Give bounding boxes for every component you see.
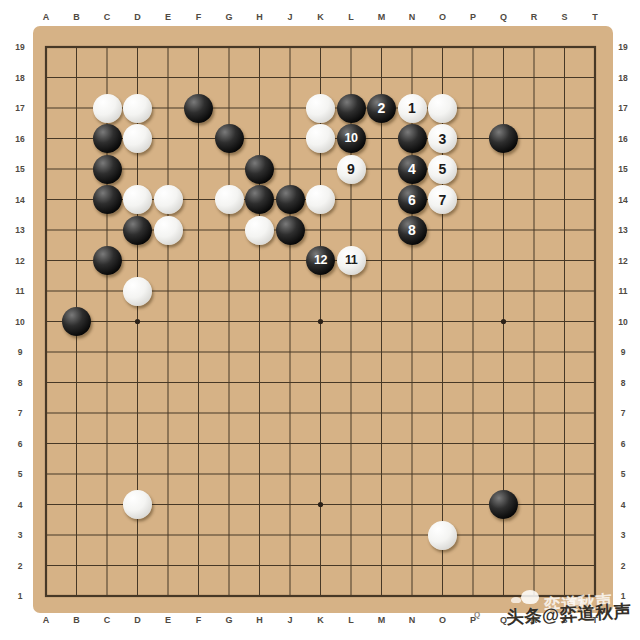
board-cell[interactable] (519, 62, 550, 93)
board-cell[interactable] (488, 184, 519, 215)
board-cell[interactable] (244, 215, 275, 246)
board-cell[interactable] (122, 32, 153, 63)
board-cell[interactable] (519, 184, 550, 215)
board-cell[interactable] (31, 154, 62, 185)
board-cell[interactable] (61, 245, 92, 276)
board-cell[interactable] (214, 306, 245, 337)
board-cell[interactable] (580, 93, 611, 124)
board-cell[interactable] (183, 245, 214, 276)
board-cell[interactable] (122, 459, 153, 490)
board-cell[interactable] (214, 520, 245, 551)
board-cell[interactable] (244, 337, 275, 368)
board-cell[interactable] (244, 550, 275, 581)
board-cell[interactable] (427, 215, 458, 246)
board-cell[interactable] (366, 245, 397, 276)
board-cell[interactable] (305, 276, 336, 307)
board-cell[interactable] (397, 306, 428, 337)
board-cell[interactable]: 6 (397, 184, 428, 215)
board-cell[interactable]: 3 (427, 123, 458, 154)
board-cell[interactable] (519, 306, 550, 337)
board-cell[interactable] (427, 245, 458, 276)
board-cell[interactable] (122, 550, 153, 581)
board-cell[interactable] (458, 520, 489, 551)
board-cell[interactable] (122, 581, 153, 612)
board-cell[interactable] (580, 123, 611, 154)
board-cell[interactable] (305, 489, 336, 520)
board-cell[interactable] (427, 93, 458, 124)
board-cell[interactable] (153, 581, 184, 612)
board-cell[interactable] (427, 459, 458, 490)
board-cell[interactable] (183, 550, 214, 581)
board-cell[interactable]: 12 (305, 245, 336, 276)
board-cell[interactable] (183, 32, 214, 63)
board-cell[interactable] (488, 62, 519, 93)
board-cell[interactable] (61, 306, 92, 337)
board-cell[interactable] (275, 245, 306, 276)
board-cell[interactable] (153, 215, 184, 246)
board-cell[interactable] (580, 32, 611, 63)
board-cell[interactable] (549, 398, 580, 429)
board-cell[interactable] (366, 489, 397, 520)
board-cell[interactable] (458, 154, 489, 185)
board-cell[interactable] (458, 62, 489, 93)
board-cell[interactable] (458, 428, 489, 459)
board-cell[interactable] (580, 428, 611, 459)
board-cell[interactable] (275, 62, 306, 93)
board-cell[interactable] (580, 306, 611, 337)
board-cell[interactable] (366, 62, 397, 93)
board-cell[interactable] (92, 276, 123, 307)
board-cell[interactable] (580, 520, 611, 551)
board-cell[interactable] (336, 398, 367, 429)
board-cell[interactable] (519, 276, 550, 307)
board-cell[interactable] (366, 581, 397, 612)
board-cell[interactable] (305, 581, 336, 612)
board-cell[interactable] (31, 245, 62, 276)
board-cell[interactable] (427, 398, 458, 429)
board-cell[interactable] (92, 459, 123, 490)
board-cell[interactable] (519, 367, 550, 398)
board-cell[interactable] (61, 32, 92, 63)
board-cell[interactable] (153, 398, 184, 429)
board-cell[interactable] (153, 367, 184, 398)
board-cell[interactable] (549, 32, 580, 63)
board-cell[interactable] (183, 459, 214, 490)
board-cell[interactable] (336, 276, 367, 307)
board-cell[interactable] (275, 93, 306, 124)
board-cell[interactable] (275, 276, 306, 307)
board-cell[interactable] (275, 32, 306, 63)
board-cell[interactable] (336, 581, 367, 612)
board-cell[interactable] (519, 123, 550, 154)
board-cell[interactable] (458, 550, 489, 581)
board-cell[interactable] (214, 32, 245, 63)
board-cell[interactable] (397, 428, 428, 459)
board-cell[interactable] (275, 367, 306, 398)
board-cell[interactable] (122, 520, 153, 551)
board-cell[interactable] (92, 32, 123, 63)
board-cell[interactable] (214, 215, 245, 246)
board-cell[interactable] (61, 62, 92, 93)
board-cell[interactable] (31, 550, 62, 581)
board-cell[interactable] (275, 184, 306, 215)
board-cell[interactable] (305, 184, 336, 215)
board-cell[interactable] (214, 245, 245, 276)
board-cell[interactable] (31, 184, 62, 215)
board-cell[interactable] (61, 520, 92, 551)
board-cell[interactable] (580, 459, 611, 490)
board-cell[interactable] (305, 62, 336, 93)
board-cell[interactable] (214, 337, 245, 368)
board-cell[interactable] (153, 32, 184, 63)
board-cell[interactable] (183, 93, 214, 124)
board-cell[interactable] (519, 550, 550, 581)
board-cell[interactable] (458, 215, 489, 246)
board-cell[interactable] (275, 154, 306, 185)
board-cell[interactable] (397, 32, 428, 63)
board-cell[interactable] (275, 459, 306, 490)
board-cell[interactable] (458, 581, 489, 612)
board-cell[interactable] (427, 276, 458, 307)
board-cell[interactable] (31, 32, 62, 63)
board-cell[interactable] (580, 62, 611, 93)
board-cell[interactable] (92, 123, 123, 154)
board-cell[interactable] (92, 93, 123, 124)
board-cell[interactable] (519, 215, 550, 246)
board-cell[interactable] (580, 581, 611, 612)
board-cell[interactable] (580, 398, 611, 429)
board-cell[interactable] (458, 337, 489, 368)
board-cell[interactable] (488, 276, 519, 307)
board-cell[interactable] (214, 581, 245, 612)
board-cell[interactable] (336, 184, 367, 215)
board-cell[interactable] (397, 245, 428, 276)
board-cell[interactable] (153, 62, 184, 93)
board-cell[interactable] (519, 428, 550, 459)
board-cell[interactable] (580, 337, 611, 368)
board-cell[interactable] (31, 459, 62, 490)
board-cell[interactable] (61, 154, 92, 185)
board-cell[interactable] (214, 367, 245, 398)
board-cell[interactable] (61, 581, 92, 612)
board-cell[interactable] (183, 306, 214, 337)
board-cell[interactable] (214, 550, 245, 581)
board-cell[interactable] (488, 581, 519, 612)
board-cell[interactable] (183, 154, 214, 185)
board-cell[interactable] (61, 550, 92, 581)
board-cell[interactable] (244, 489, 275, 520)
board-cell[interactable] (580, 550, 611, 581)
board-cell[interactable] (366, 184, 397, 215)
board-cell[interactable] (92, 154, 123, 185)
board-cell[interactable] (549, 550, 580, 581)
board-cell[interactable] (214, 154, 245, 185)
board-cell[interactable] (458, 93, 489, 124)
board-cell[interactable] (458, 123, 489, 154)
board-cell[interactable] (549, 93, 580, 124)
board-cell[interactable] (519, 93, 550, 124)
board-cell[interactable] (122, 93, 153, 124)
board-cell[interactable] (305, 459, 336, 490)
board-cell[interactable] (153, 154, 184, 185)
board-cell[interactable] (427, 428, 458, 459)
board-cell[interactable] (61, 489, 92, 520)
board-cell[interactable] (397, 550, 428, 581)
board-cell[interactable] (31, 337, 62, 368)
board-cell[interactable] (427, 337, 458, 368)
board-cell[interactable] (214, 123, 245, 154)
board-cell[interactable] (519, 398, 550, 429)
board-cell[interactable] (427, 62, 458, 93)
board-cell[interactable] (427, 581, 458, 612)
board-cell[interactable] (366, 154, 397, 185)
board-cell[interactable] (488, 489, 519, 520)
board-cell[interactable] (549, 337, 580, 368)
board-cell[interactable] (305, 215, 336, 246)
board-cell[interactable] (488, 520, 519, 551)
board-cell[interactable] (458, 276, 489, 307)
board-cell[interactable] (488, 337, 519, 368)
board-cell[interactable] (549, 428, 580, 459)
board-cell[interactable] (153, 276, 184, 307)
board-cell[interactable]: 7 (427, 184, 458, 215)
board-cell[interactable] (214, 93, 245, 124)
board-cell[interactable] (61, 459, 92, 490)
board-cell[interactable] (427, 367, 458, 398)
board-cell[interactable] (275, 306, 306, 337)
board-cell[interactable] (122, 184, 153, 215)
board-cell[interactable] (397, 581, 428, 612)
board-cell[interactable] (92, 306, 123, 337)
board-cell[interactable] (31, 276, 62, 307)
board-cell[interactable] (366, 459, 397, 490)
board-cell[interactable] (275, 428, 306, 459)
board-cell[interactable] (458, 32, 489, 63)
board-cell[interactable]: 10 (336, 123, 367, 154)
board-cell[interactable] (519, 520, 550, 551)
board-cell[interactable] (92, 184, 123, 215)
board-cell[interactable] (244, 520, 275, 551)
board-cell[interactable] (397, 459, 428, 490)
board-cell[interactable]: 11 (336, 245, 367, 276)
board-cell[interactable] (549, 215, 580, 246)
board-cell[interactable] (519, 581, 550, 612)
board-cell[interactable] (580, 184, 611, 215)
board-cell[interactable] (336, 62, 367, 93)
board-cell[interactable] (549, 154, 580, 185)
board-cell[interactable] (122, 123, 153, 154)
board-cell[interactable] (31, 367, 62, 398)
board-cell[interactable] (183, 520, 214, 551)
board-cell[interactable] (305, 93, 336, 124)
board-cell[interactable] (305, 428, 336, 459)
board-cell[interactable] (427, 489, 458, 520)
board-cell[interactable] (244, 62, 275, 93)
board-cell[interactable] (244, 184, 275, 215)
board-cell[interactable] (580, 245, 611, 276)
board-cell[interactable] (427, 306, 458, 337)
board-cell[interactable] (580, 489, 611, 520)
board-cell[interactable] (488, 428, 519, 459)
board-cell[interactable] (397, 123, 428, 154)
board-cell[interactable] (275, 215, 306, 246)
board-cell[interactable] (244, 367, 275, 398)
board-cell[interactable] (458, 398, 489, 429)
board-cell[interactable] (336, 367, 367, 398)
board-cell[interactable] (61, 428, 92, 459)
board-cell[interactable] (458, 459, 489, 490)
board-cell[interactable] (275, 337, 306, 368)
board-cell[interactable] (275, 550, 306, 581)
board-cell[interactable] (61, 276, 92, 307)
board-cell[interactable] (519, 154, 550, 185)
board-cell[interactable] (214, 62, 245, 93)
board-cell[interactable] (549, 306, 580, 337)
board-cell[interactable] (153, 489, 184, 520)
board-cell[interactable] (336, 337, 367, 368)
board-cell[interactable] (31, 581, 62, 612)
board-cell[interactable] (153, 550, 184, 581)
board-cell[interactable] (458, 489, 489, 520)
board-cell[interactable] (214, 184, 245, 215)
board-cell[interactable]: 2 (366, 93, 397, 124)
board-cell[interactable] (61, 367, 92, 398)
board-cell[interactable] (549, 520, 580, 551)
board-cell[interactable] (336, 550, 367, 581)
board-cell[interactable] (92, 489, 123, 520)
board-cell[interactable] (488, 550, 519, 581)
board-cell[interactable] (549, 489, 580, 520)
board-cell[interactable] (31, 398, 62, 429)
board-cell[interactable] (122, 276, 153, 307)
board-cell[interactable] (153, 459, 184, 490)
board-cell[interactable] (336, 459, 367, 490)
board-cell[interactable] (549, 62, 580, 93)
board-cell[interactable] (458, 245, 489, 276)
board-cell[interactable] (580, 276, 611, 307)
board-cell[interactable] (366, 32, 397, 63)
board-cell[interactable] (366, 428, 397, 459)
board-cell[interactable] (275, 581, 306, 612)
board-cell[interactable] (153, 93, 184, 124)
board-cell[interactable] (366, 123, 397, 154)
board-cell[interactable] (366, 306, 397, 337)
board-cell[interactable] (244, 154, 275, 185)
board-cell[interactable] (580, 215, 611, 246)
board-cell[interactable] (244, 428, 275, 459)
board-cell[interactable] (244, 32, 275, 63)
board-cell[interactable] (153, 123, 184, 154)
board-cell[interactable] (183, 489, 214, 520)
board-cell[interactable] (153, 245, 184, 276)
board-cell[interactable] (183, 184, 214, 215)
board-cell[interactable] (122, 367, 153, 398)
board-cell[interactable] (183, 215, 214, 246)
board-cell[interactable] (183, 276, 214, 307)
board-cell[interactable] (519, 337, 550, 368)
board-cell[interactable] (61, 337, 92, 368)
board-cell[interactable] (397, 276, 428, 307)
board-cell[interactable] (397, 367, 428, 398)
board-cell[interactable]: 1 (397, 93, 428, 124)
board-cell[interactable] (458, 306, 489, 337)
board-cell[interactable] (488, 154, 519, 185)
board-cell[interactable] (214, 459, 245, 490)
board-cell[interactable] (549, 581, 580, 612)
board-cell[interactable] (31, 62, 62, 93)
board-cell[interactable] (488, 93, 519, 124)
board-cell[interactable] (122, 398, 153, 429)
board-cell[interactable] (214, 276, 245, 307)
board-cell[interactable] (31, 93, 62, 124)
board-cell[interactable] (31, 215, 62, 246)
board-cell[interactable] (366, 215, 397, 246)
board-cell[interactable] (397, 489, 428, 520)
board-cell[interactable] (305, 154, 336, 185)
board-cell[interactable] (122, 245, 153, 276)
board-cell[interactable] (488, 245, 519, 276)
board-cell[interactable] (336, 93, 367, 124)
board-cell[interactable] (336, 489, 367, 520)
board-cell[interactable] (31, 428, 62, 459)
board-cell[interactable] (488, 123, 519, 154)
board-cell[interactable] (488, 367, 519, 398)
board-cell[interactable] (488, 215, 519, 246)
board-cell[interactable] (458, 184, 489, 215)
board-cell[interactable] (92, 520, 123, 551)
board-cell[interactable]: 4 (397, 154, 428, 185)
board-cell[interactable] (31, 123, 62, 154)
board-cell[interactable] (549, 276, 580, 307)
board-cell[interactable] (122, 489, 153, 520)
board-cell[interactable] (305, 398, 336, 429)
board-cell[interactable] (336, 520, 367, 551)
board-cell[interactable] (244, 245, 275, 276)
board-cell[interactable] (549, 123, 580, 154)
board-cell[interactable] (214, 489, 245, 520)
board-cell[interactable] (122, 306, 153, 337)
board-cell[interactable] (183, 367, 214, 398)
board-cell[interactable] (153, 428, 184, 459)
board-cell[interactable] (488, 306, 519, 337)
board-cell[interactable] (275, 489, 306, 520)
board-cell[interactable] (519, 245, 550, 276)
board-cell[interactable] (427, 520, 458, 551)
board-cell[interactable] (214, 428, 245, 459)
board-cell[interactable] (366, 367, 397, 398)
board-cell[interactable] (427, 550, 458, 581)
board-cell[interactable] (92, 550, 123, 581)
board-cell[interactable] (153, 184, 184, 215)
board-cell[interactable] (580, 154, 611, 185)
board-cell[interactable] (305, 306, 336, 337)
board-cell[interactable] (214, 398, 245, 429)
board-cell[interactable] (366, 520, 397, 551)
board-cell[interactable] (122, 215, 153, 246)
board-cell[interactable]: 8 (397, 215, 428, 246)
board-cell[interactable] (244, 93, 275, 124)
board-cell[interactable] (336, 306, 367, 337)
board-cell[interactable] (366, 398, 397, 429)
board-cell[interactable] (244, 306, 275, 337)
board-cell[interactable] (519, 32, 550, 63)
board-cell[interactable] (61, 123, 92, 154)
board-cell[interactable] (244, 398, 275, 429)
board-cell[interactable] (549, 245, 580, 276)
board-cell[interactable] (183, 428, 214, 459)
board-cell[interactable] (366, 276, 397, 307)
board-cell[interactable] (549, 459, 580, 490)
